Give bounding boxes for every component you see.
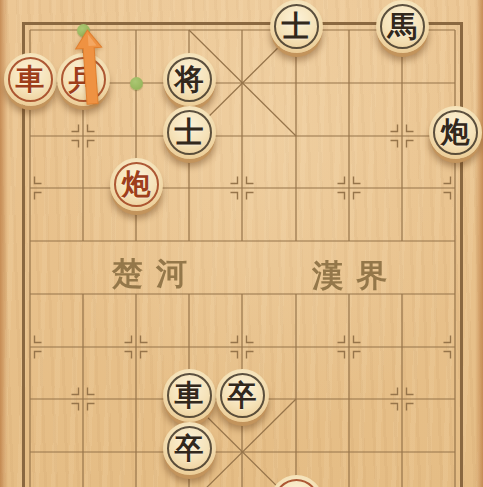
xiangqi-board-screen: 楚河 漢界 士馬車兵将士炮炮車卒卒帥 (0, 0, 483, 487)
river-label-right: 漢界 (311, 257, 400, 293)
black-chariot[interactable]: 車 (163, 369, 216, 422)
piece-ring (167, 373, 212, 418)
piece-character: 車 (4, 53, 57, 106)
piece-ring (433, 110, 478, 155)
piece-character: 卒 (163, 422, 216, 475)
piece-character: 炮 (110, 158, 163, 211)
piece-character: 兵 (57, 53, 110, 106)
piece-ring (167, 110, 212, 155)
black-soldier[interactable]: 卒 (216, 369, 269, 422)
red-chariot[interactable]: 車 (4, 53, 57, 106)
black-advisor[interactable]: 士 (163, 106, 216, 159)
piece-ring (274, 479, 319, 487)
piece-ring (274, 4, 319, 49)
piece-ring (8, 57, 53, 102)
piece-ring (220, 373, 265, 418)
move-target-dot[interactable] (130, 77, 143, 90)
piece-character: 車 (163, 369, 216, 422)
piece-ring (167, 57, 212, 102)
piece-ring (114, 162, 159, 207)
river-label-left: 楚河 (111, 255, 200, 291)
piece-ring (167, 426, 212, 471)
piece-character: 将 (163, 53, 216, 106)
black-general[interactable]: 将 (163, 53, 216, 106)
black-horse[interactable]: 馬 (376, 0, 429, 53)
piece-character: 士 (270, 0, 323, 53)
red-soldier-selected[interactable]: 兵 (57, 53, 110, 106)
piece-character: 馬 (376, 0, 429, 53)
piece-character: 卒 (216, 369, 269, 422)
piece-character: 士 (163, 106, 216, 159)
red-cannon[interactable]: 炮 (110, 158, 163, 211)
piece-ring (61, 57, 106, 102)
move-target-dot[interactable] (77, 24, 90, 37)
black-soldier[interactable]: 卒 (163, 422, 216, 475)
black-cannon[interactable]: 炮 (429, 106, 482, 159)
black-advisor[interactable]: 士 (270, 0, 323, 53)
piece-character: 炮 (429, 106, 482, 159)
piece-ring (380, 4, 425, 49)
